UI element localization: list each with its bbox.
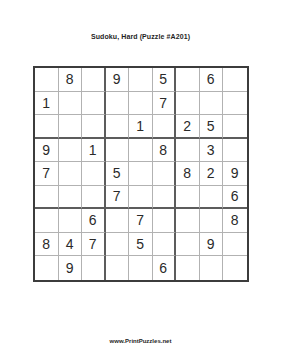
cell-r8c1: 8: [35, 233, 59, 257]
cell-r7c6[interactable]: [153, 209, 177, 233]
cell-r9c3[interactable]: [82, 256, 106, 280]
cell-r4c1: 9: [35, 139, 59, 163]
cell-r9c4[interactable]: [106, 256, 130, 280]
cell-r2c9[interactable]: [223, 92, 247, 116]
cell-r6c2[interactable]: [59, 186, 83, 210]
cell-r2c6: 7: [153, 92, 177, 116]
cell-r8c5: 5: [129, 233, 153, 257]
cell-r7c5: 7: [129, 209, 153, 233]
cell-r5c5[interactable]: [129, 162, 153, 186]
cell-r8c3: 7: [82, 233, 106, 257]
cell-r2c1: 1: [35, 92, 59, 116]
cell-r1c3[interactable]: [82, 68, 106, 92]
cell-r2c5[interactable]: [129, 92, 153, 116]
cell-r2c7[interactable]: [176, 92, 200, 116]
cell-r9c1[interactable]: [35, 256, 59, 280]
cell-r5c4: 5: [106, 162, 130, 186]
cell-r8c2: 4: [59, 233, 83, 257]
cell-r1c6: 5: [153, 68, 177, 92]
cell-r3c6[interactable]: [153, 115, 177, 139]
cell-r7c4[interactable]: [106, 209, 130, 233]
cell-r7c3: 6: [82, 209, 106, 233]
cell-r7c9: 8: [223, 209, 247, 233]
sudoku-board: 895617125918375829766788475996: [33, 66, 249, 282]
cell-r8c6[interactable]: [153, 233, 177, 257]
cell-r5c9: 9: [223, 162, 247, 186]
cell-r6c5[interactable]: [129, 186, 153, 210]
cell-r5c6[interactable]: [153, 162, 177, 186]
cell-r6c3[interactable]: [82, 186, 106, 210]
cell-r8c4[interactable]: [106, 233, 130, 257]
cell-r5c3[interactable]: [82, 162, 106, 186]
cell-r9c8[interactable]: [200, 256, 224, 280]
cell-r4c4[interactable]: [106, 139, 130, 163]
cell-r9c9[interactable]: [223, 256, 247, 280]
cell-r1c9[interactable]: [223, 68, 247, 92]
puzzle-page: Sudoku, Hard (Puzzle #A201) 895617125918…: [0, 0, 281, 363]
cell-r6c1[interactable]: [35, 186, 59, 210]
cell-r9c7[interactable]: [176, 256, 200, 280]
cell-r6c8[interactable]: [200, 186, 224, 210]
cell-r7c1[interactable]: [35, 209, 59, 233]
cell-r2c3[interactable]: [82, 92, 106, 116]
cell-r8c8: 9: [200, 233, 224, 257]
cell-r6c9: 6: [223, 186, 247, 210]
cell-r4c6: 8: [153, 139, 177, 163]
cell-r3c7: 2: [176, 115, 200, 139]
cell-r4c3: 1: [82, 139, 106, 163]
cell-r2c8[interactable]: [200, 92, 224, 116]
cell-r5c1: 7: [35, 162, 59, 186]
cell-r6c4: 7: [106, 186, 130, 210]
cell-r6c6[interactable]: [153, 186, 177, 210]
cell-r3c4[interactable]: [106, 115, 130, 139]
cell-r8c7[interactable]: [176, 233, 200, 257]
cell-r4c7[interactable]: [176, 139, 200, 163]
cell-r7c7[interactable]: [176, 209, 200, 233]
cell-r5c8: 2: [200, 162, 224, 186]
cell-r1c7[interactable]: [176, 68, 200, 92]
cell-r2c4[interactable]: [106, 92, 130, 116]
cell-r1c2: 8: [59, 68, 83, 92]
cell-r1c8: 6: [200, 68, 224, 92]
cell-r9c2: 9: [59, 256, 83, 280]
cell-r3c9[interactable]: [223, 115, 247, 139]
cell-r9c6: 6: [153, 256, 177, 280]
cell-r4c9[interactable]: [223, 139, 247, 163]
cell-r1c5[interactable]: [129, 68, 153, 92]
footer-url: www.PrintPuzzles.net: [0, 338, 281, 344]
cell-r3c3[interactable]: [82, 115, 106, 139]
cell-r7c2[interactable]: [59, 209, 83, 233]
cell-r4c8: 3: [200, 139, 224, 163]
cell-r1c4: 9: [106, 68, 130, 92]
cell-r4c2[interactable]: [59, 139, 83, 163]
cell-r3c5: 1: [129, 115, 153, 139]
cell-r5c7: 8: [176, 162, 200, 186]
cell-r8c9[interactable]: [223, 233, 247, 257]
cell-r4c5[interactable]: [129, 139, 153, 163]
cell-r1c1[interactable]: [35, 68, 59, 92]
puzzle-title: Sudoku, Hard (Puzzle #A201): [0, 33, 281, 40]
cell-r2c2[interactable]: [59, 92, 83, 116]
cell-r6c7[interactable]: [176, 186, 200, 210]
cell-r5c2[interactable]: [59, 162, 83, 186]
cell-r3c2[interactable]: [59, 115, 83, 139]
cell-r9c5[interactable]: [129, 256, 153, 280]
cell-r3c8: 5: [200, 115, 224, 139]
cell-r7c8[interactable]: [200, 209, 224, 233]
cell-r3c1[interactable]: [35, 115, 59, 139]
